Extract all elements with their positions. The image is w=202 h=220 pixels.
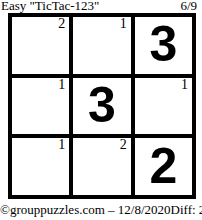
difficulty-label: Diff: 2 / 42 — [171, 202, 202, 217]
clue-number: 1 — [120, 16, 127, 32]
cell-r2c2[interactable]: 2 — [135, 138, 192, 195]
copyright-line: ©grouppuzzles.com – 12/8/2020 — [0, 202, 171, 217]
clue-number: 2 — [58, 16, 65, 32]
puzzle-page: Easy "TicTac-123" 6/9 213131122 ©grouppu… — [0, 0, 202, 220]
cell-r0c2[interactable]: 3 — [135, 17, 192, 74]
board-grid: 213131122 — [8, 13, 196, 199]
cell-r2c0[interactable]: 1 — [12, 138, 69, 195]
cell-r1c1[interactable]: 3 — [73, 78, 130, 135]
cell-r2c1[interactable]: 2 — [73, 138, 130, 195]
cell-r0c0[interactable]: 2 — [12, 17, 69, 74]
clue-number: 1 — [58, 137, 65, 153]
cell-r0c1[interactable]: 1 — [73, 17, 130, 74]
clue-number: 2 — [120, 137, 127, 153]
progress-counter: 6/9 — [180, 0, 197, 13]
cell-value: 3 — [149, 19, 177, 69]
footer: ©grouppuzzles.com – 12/8/2020 Diff: 2 / … — [0, 202, 200, 218]
header: Easy "TicTac-123" 6/9 — [1, 0, 197, 12]
cell-value: 3 — [88, 80, 116, 130]
cell-value: 2 — [149, 141, 177, 191]
cell-r1c0[interactable]: 1 — [12, 78, 69, 135]
clue-number: 1 — [181, 77, 188, 93]
puzzle-title: Easy "TicTac-123" — [1, 0, 99, 13]
clue-number: 1 — [58, 77, 65, 93]
cell-r1c2[interactable]: 1 — [135, 78, 192, 135]
